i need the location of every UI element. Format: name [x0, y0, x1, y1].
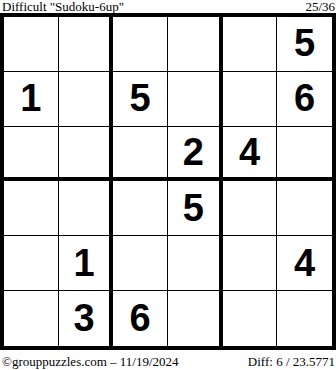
cell-r6c4[interactable] [168, 291, 223, 346]
cell-r3c6[interactable] [277, 127, 332, 182]
cell-r1c5[interactable] [223, 17, 278, 72]
cell-r3c5: 4 [223, 127, 278, 182]
cell-r6c6[interactable] [277, 291, 332, 346]
cell-r2c2[interactable] [59, 72, 114, 127]
cell-r1c6: 5 [277, 17, 332, 72]
cell-r4c1[interactable] [4, 181, 59, 236]
cell-r6c3: 6 [113, 291, 168, 346]
sudoku-board: 5 1 5 6 2 4 5 1 4 3 6 [0, 13, 336, 350]
cell-r3c4: 2 [168, 127, 223, 182]
cell-r1c2[interactable] [59, 17, 114, 72]
puzzle-title: Difficult "Sudoku-6up" [2, 0, 124, 13]
sudoku-page: Difficult "Sudoku-6up" 25/36 5 1 5 6 2 4… [0, 0, 336, 370]
cell-r2c4[interactable] [168, 72, 223, 127]
cell-r5c1[interactable] [4, 236, 59, 291]
footer: ©grouppuzzles.com – 11/19/2024 Diff: 6 /… [2, 355, 335, 369]
cell-r6c1[interactable] [4, 291, 59, 346]
difficulty-text: Diff: 6 / 23.5771 [248, 355, 335, 369]
cell-r6c5[interactable] [223, 291, 278, 346]
cell-r4c5[interactable] [223, 181, 278, 236]
cell-r5c5[interactable] [223, 236, 278, 291]
cell-r4c6[interactable] [277, 181, 332, 236]
cell-r4c4: 5 [168, 181, 223, 236]
cell-r5c4[interactable] [168, 236, 223, 291]
cell-r1c3[interactable] [113, 17, 168, 72]
cell-r6c2: 3 [59, 291, 114, 346]
cell-r4c3[interactable] [113, 181, 168, 236]
cell-r3c2[interactable] [59, 127, 114, 182]
cell-r5c2: 1 [59, 236, 114, 291]
cell-r2c6: 6 [277, 72, 332, 127]
cell-r2c3: 5 [113, 72, 168, 127]
cell-r5c3[interactable] [113, 236, 168, 291]
header: Difficult "Sudoku-6up" 25/36 [2, 0, 335, 13]
cell-r1c1[interactable] [4, 17, 59, 72]
cell-r2c1: 1 [4, 72, 59, 127]
copyright-text: ©grouppuzzles.com – 11/19/2024 [2, 355, 179, 369]
cell-r3c1[interactable] [4, 127, 59, 182]
cell-r3c3[interactable] [113, 127, 168, 182]
cell-r1c4[interactable] [168, 17, 223, 72]
cell-r5c6: 4 [277, 236, 332, 291]
cell-r4c2[interactable] [59, 181, 114, 236]
cell-r2c5[interactable] [223, 72, 278, 127]
cell-counter: 25/36 [305, 0, 335, 13]
